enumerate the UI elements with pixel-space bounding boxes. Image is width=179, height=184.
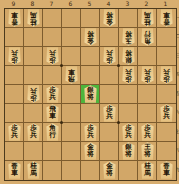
square-9b[interactable] (5, 28, 24, 47)
square-9d[interactable] (5, 66, 24, 85)
square-5f[interactable] (81, 104, 100, 123)
square-2g[interactable]: 歩兵 (138, 123, 157, 142)
piece-kanji: 馬 (144, 11, 151, 18)
piece-kanji: 将 (125, 30, 132, 37)
sente-歩兵-piece[interactable]: 歩兵 (44, 85, 61, 103)
square-6e[interactable] (62, 85, 81, 104)
square-9g[interactable]: 歩兵 (5, 123, 24, 142)
star-point (117, 64, 120, 67)
sente-歩兵-piece[interactable]: 歩兵 (82, 123, 99, 141)
piece-kanji: 将 (144, 151, 151, 158)
square-1i[interactable]: 香車 (157, 161, 176, 180)
square-8i[interactable]: 桂馬 (24, 161, 43, 180)
square-2h[interactable]: 王将 (138, 142, 157, 161)
square-2c[interactable] (138, 47, 157, 66)
piece-kanji: 馬 (144, 170, 151, 177)
gote-歩兵-piece[interactable]: 歩兵 (139, 66, 156, 84)
square-4a[interactable]: 金将 (100, 9, 119, 28)
gote-香車-piece[interactable]: 香車 (158, 9, 175, 27)
shogi-app: 987654321 一二三四五六七八九 香車桂馬金将桂馬香車金将玉将角行歩兵歩兵… (0, 0, 179, 184)
gote-歩兵-piece[interactable]: 歩兵 (6, 47, 23, 65)
square-7b[interactable] (43, 28, 62, 47)
square-9i[interactable]: 香車 (5, 161, 24, 180)
gote-銀将-piece[interactable]: 銀将 (120, 47, 137, 65)
square-8d[interactable] (24, 66, 43, 85)
sente-金将-piece[interactable]: 金将 (101, 161, 118, 179)
square-7c[interactable]: 歩兵 (43, 47, 62, 66)
piece-kanji: 兵 (163, 68, 170, 75)
square-6a[interactable] (62, 9, 81, 28)
square-4g[interactable] (100, 123, 119, 142)
square-2i[interactable]: 桂馬 (138, 161, 157, 180)
star-point (60, 64, 63, 67)
piece-kanji: 将 (125, 151, 132, 158)
square-4e[interactable] (100, 85, 119, 104)
square-2e[interactable] (138, 85, 157, 104)
gote-金将-piece[interactable]: 金将 (82, 28, 99, 46)
square-4h[interactable] (100, 142, 119, 161)
gote-香車-piece[interactable]: 香車 (6, 9, 23, 27)
piece-kanji: 兵 (106, 49, 113, 56)
sente-金将-piece[interactable]: 金将 (82, 142, 99, 160)
square-1b[interactable] (157, 28, 176, 47)
square-7g[interactable]: 角行 (43, 123, 62, 142)
square-8b[interactable] (24, 28, 43, 47)
file-label-9: 9 (4, 0, 23, 8)
sente-桂馬-piece[interactable]: 桂馬 (25, 161, 42, 179)
gote-飛車-piece[interactable]: 飛車 (63, 66, 80, 84)
file-label-5: 5 (80, 0, 99, 8)
square-6f[interactable] (62, 104, 81, 123)
square-6d[interactable]: 飛車 (62, 66, 81, 85)
sente-桂馬-piece[interactable]: 桂馬 (139, 161, 156, 179)
square-3a[interactable] (119, 9, 138, 28)
file-label-7: 7 (42, 0, 61, 8)
sente-王将-piece[interactable]: 王将 (139, 142, 156, 160)
piece-kanji: 兵 (163, 113, 170, 120)
piece-kanji: 車 (11, 170, 18, 177)
piece-kanji: 将 (87, 30, 94, 37)
sente-歩兵-piece[interactable]: 歩兵 (158, 104, 175, 122)
sente-歩兵-piece[interactable]: 歩兵 (101, 104, 118, 122)
square-9f[interactable] (5, 104, 24, 123)
square-6h[interactable] (62, 142, 81, 161)
gote-桂馬-piece[interactable]: 桂馬 (139, 9, 156, 27)
piece-kanji: 兵 (106, 113, 113, 120)
piece-kanji: 将 (87, 94, 94, 101)
square-8g[interactable]: 歩兵 (24, 123, 43, 142)
square-1c[interactable] (157, 47, 176, 66)
square-3i[interactable] (119, 161, 138, 180)
square-8a[interactable]: 桂馬 (24, 9, 43, 28)
shogi-board: 香車桂馬金将桂馬香車金将玉将角行歩兵歩兵歩兵銀将飛車歩兵歩兵歩兵歩兵歩兵銀将飛車… (4, 8, 177, 181)
star-point (60, 121, 63, 124)
sente-角行-piece[interactable]: 角行 (44, 123, 61, 141)
square-1e[interactable] (157, 85, 176, 104)
gote-歩兵-piece[interactable]: 歩兵 (158, 66, 175, 84)
piece-kanji: 兵 (125, 68, 132, 75)
square-1d[interactable]: 歩兵 (157, 66, 176, 85)
piece-kanji: 馬 (30, 170, 37, 177)
square-4b[interactable] (100, 28, 119, 47)
square-5i[interactable] (81, 161, 100, 180)
sente-歩兵-piece[interactable]: 歩兵 (139, 123, 156, 141)
star-point (117, 121, 120, 124)
square-4c[interactable]: 歩兵 (100, 47, 119, 66)
file-label-6: 6 (61, 0, 80, 8)
square-5h[interactable]: 金将 (81, 142, 100, 161)
piece-kanji: 兵 (144, 132, 151, 139)
piece-kanji: 馬 (30, 11, 37, 18)
sente-銀将-piece[interactable]: 銀将 (82, 85, 99, 103)
sente-銀将-piece[interactable]: 銀将 (120, 142, 137, 160)
piece-kanji: 行 (144, 30, 151, 37)
square-2f[interactable] (138, 104, 157, 123)
square-3d[interactable]: 歩兵 (119, 66, 138, 85)
square-2b[interactable]: 角行 (138, 28, 157, 47)
piece-kanji: 車 (49, 113, 56, 120)
square-9c[interactable]: 歩兵 (5, 47, 24, 66)
square-3b[interactable]: 玉将 (119, 28, 138, 47)
square-4i[interactable]: 金将 (100, 161, 119, 180)
square-1a[interactable]: 香車 (157, 9, 176, 28)
square-3c[interactable]: 銀将 (119, 47, 138, 66)
square-8f[interactable] (24, 104, 43, 123)
piece-kanji: 車 (163, 11, 170, 18)
file-label-4: 4 (99, 0, 118, 8)
file-label-3: 3 (118, 0, 137, 8)
piece-kanji: 将 (106, 170, 113, 177)
square-6g[interactable] (62, 123, 81, 142)
gote-桂馬-piece[interactable]: 桂馬 (25, 9, 42, 27)
square-7a[interactable] (43, 9, 62, 28)
piece-kanji: 兵 (30, 87, 37, 94)
square-8e[interactable]: 歩兵 (24, 85, 43, 104)
square-7h[interactable] (43, 142, 62, 161)
piece-kanji: 将 (87, 151, 94, 158)
square-8c[interactable] (24, 47, 43, 66)
square-5b[interactable]: 金将 (81, 28, 100, 47)
piece-kanji: 兵 (11, 49, 18, 56)
piece-kanji: 車 (11, 11, 18, 18)
sente-飛車-piece[interactable]: 飛車 (44, 104, 61, 122)
gote-歩兵-piece[interactable]: 歩兵 (120, 66, 137, 84)
square-5g[interactable]: 歩兵 (81, 123, 100, 142)
square-1g[interactable] (157, 123, 176, 142)
square-2d[interactable]: 歩兵 (138, 66, 157, 85)
gote-歩兵-piece[interactable]: 歩兵 (44, 47, 61, 65)
square-8h[interactable] (24, 142, 43, 161)
sente-香車-piece[interactable]: 香車 (6, 161, 23, 179)
piece-kanji: 兵 (30, 132, 37, 139)
piece-kanji: 兵 (144, 68, 151, 75)
gote-金将-piece[interactable]: 金将 (101, 9, 118, 27)
piece-kanji: 行 (49, 132, 56, 139)
piece-kanji: 将 (125, 49, 132, 56)
gote-歩兵-piece[interactable]: 歩兵 (25, 85, 42, 103)
square-2a[interactable]: 桂馬 (138, 9, 157, 28)
file-label-8: 8 (23, 0, 42, 8)
square-6b[interactable] (62, 28, 81, 47)
piece-kanji: 兵 (11, 132, 18, 139)
square-4f[interactable]: 歩兵 (100, 104, 119, 123)
gote-角行-piece[interactable]: 角行 (139, 28, 156, 46)
square-5a[interactable] (81, 9, 100, 28)
square-4d[interactable] (100, 66, 119, 85)
sente-歩兵-piece[interactable]: 歩兵 (120, 123, 137, 141)
square-6i[interactable] (62, 161, 81, 180)
sente-歩兵-piece[interactable]: 歩兵 (25, 123, 42, 141)
square-9a[interactable]: 香車 (5, 9, 24, 28)
sente-香車-piece[interactable]: 香車 (158, 161, 175, 179)
square-1h[interactable] (157, 142, 176, 161)
file-label-1: 1 (156, 0, 175, 8)
file-label-2: 2 (137, 0, 156, 8)
piece-kanji: 車 (163, 170, 170, 177)
piece-kanji: 兵 (87, 132, 94, 139)
square-9h[interactable] (5, 142, 24, 161)
square-7d[interactable] (43, 66, 62, 85)
square-7e[interactable]: 歩兵 (43, 85, 62, 104)
square-9e[interactable] (5, 85, 24, 104)
square-3f[interactable] (119, 104, 138, 123)
square-5d[interactable] (81, 66, 100, 85)
square-6c[interactable] (62, 47, 81, 66)
piece-kanji: 将 (106, 11, 113, 18)
piece-kanji: 車 (68, 68, 75, 75)
square-3e[interactable] (119, 85, 138, 104)
piece-kanji: 兵 (125, 132, 132, 139)
piece-kanji: 兵 (49, 94, 56, 101)
square-5c[interactable] (81, 47, 100, 66)
square-3g[interactable]: 歩兵 (119, 123, 138, 142)
square-7f[interactable]: 飛車 (43, 104, 62, 123)
gote-玉将-piece[interactable]: 玉将 (120, 28, 137, 46)
piece-kanji: 兵 (49, 49, 56, 56)
gote-歩兵-piece[interactable]: 歩兵 (101, 47, 118, 65)
square-7i[interactable] (43, 161, 62, 180)
square-3h[interactable]: 銀将 (119, 142, 138, 161)
sente-歩兵-piece[interactable]: 歩兵 (6, 123, 23, 141)
square-5e[interactable]: 銀将 (81, 85, 100, 104)
square-1f[interactable]: 歩兵 (157, 104, 176, 123)
